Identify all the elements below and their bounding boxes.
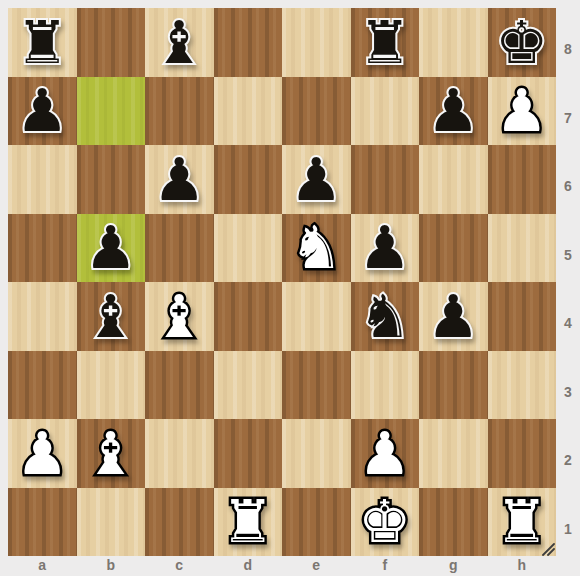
piece-glyph: ♚: [488, 8, 557, 77]
square-a4[interactable]: [8, 282, 77, 351]
piece-glyph: ♝: [145, 8, 214, 77]
white-king-f1[interactable]: ♚♚: [351, 488, 420, 557]
square-d6[interactable]: [214, 145, 283, 214]
black-pawn-g4[interactable]: ♟♟: [419, 282, 488, 351]
square-a8[interactable]: ♜♜: [8, 8, 77, 77]
chess-widget: ♜♜♝♝♜♜♚♚♟♟♟♟♟♟♟♟♟♟♟♟♞♞♟♟♝♝♝♝♞♞♟♟♟♟♝♝♟♟♜♜…: [0, 0, 580, 576]
file-labels: abcdefgh: [8, 553, 556, 576]
piece-glyph: ♟: [351, 214, 420, 283]
square-g1[interactable]: [419, 488, 488, 557]
piece-glyph: ♟: [8, 77, 77, 146]
rank-labels: 87654321: [556, 8, 580, 556]
square-d8[interactable]: [214, 8, 283, 77]
square-c7[interactable]: [145, 77, 214, 146]
square-h3[interactable]: [488, 351, 557, 420]
square-h8[interactable]: ♚♚: [488, 8, 557, 77]
square-b4[interactable]: ♝♝: [77, 282, 146, 351]
square-f3[interactable]: [351, 351, 420, 420]
square-f5[interactable]: ♟♟: [351, 214, 420, 283]
square-e2[interactable]: [282, 419, 351, 488]
square-g4[interactable]: ♟♟: [419, 282, 488, 351]
black-pawn-a7[interactable]: ♟♟: [8, 77, 77, 146]
black-pawn-g7[interactable]: ♟♟: [419, 77, 488, 146]
square-h7[interactable]: ♟♟: [488, 77, 557, 146]
square-h6[interactable]: [488, 145, 557, 214]
white-bishop-b2[interactable]: ♝♝: [77, 419, 146, 488]
rank-label-5: 5: [556, 214, 580, 283]
rank-label-3: 3: [556, 351, 580, 420]
piece-glyph: ♜: [8, 8, 77, 77]
file-label-d: d: [214, 553, 283, 576]
square-e8[interactable]: [282, 8, 351, 77]
piece-glyph: ♝: [145, 282, 214, 351]
square-g7[interactable]: ♟♟: [419, 77, 488, 146]
piece-glyph: ♜: [351, 8, 420, 77]
black-bishop-b4[interactable]: ♝♝: [77, 282, 146, 351]
piece-glyph: ♞: [351, 282, 420, 351]
piece-glyph: ♟: [282, 145, 351, 214]
square-d7[interactable]: [214, 77, 283, 146]
rank-label-1: 1: [556, 488, 580, 557]
square-c3[interactable]: [145, 351, 214, 420]
piece-glyph: ♟: [145, 145, 214, 214]
file-label-c: c: [145, 553, 214, 576]
black-bishop-c8[interactable]: ♝♝: [145, 8, 214, 77]
square-h4[interactable]: [488, 282, 557, 351]
square-g6[interactable]: [419, 145, 488, 214]
piece-glyph: ♟: [8, 419, 77, 488]
black-king-h8[interactable]: ♚♚: [488, 8, 557, 77]
square-a5[interactable]: [8, 214, 77, 283]
white-knight-e5[interactable]: ♞♞: [282, 214, 351, 283]
piece-glyph: ♜: [214, 488, 283, 557]
piece-glyph: ♚: [351, 488, 420, 557]
square-h5[interactable]: [488, 214, 557, 283]
chess-board[interactable]: ♜♜♝♝♜♜♚♚♟♟♟♟♟♟♟♟♟♟♟♟♞♞♟♟♝♝♝♝♞♞♟♟♟♟♝♝♟♟♜♜…: [8, 8, 556, 556]
white-bishop-c4[interactable]: ♝♝: [145, 282, 214, 351]
white-pawn-a2[interactable]: ♟♟: [8, 419, 77, 488]
piece-glyph: ♞: [282, 214, 351, 283]
square-f8[interactable]: ♜♜: [351, 8, 420, 77]
white-rook-d1[interactable]: ♜♜: [214, 488, 283, 557]
square-b6[interactable]: [77, 145, 146, 214]
square-c6[interactable]: ♟♟: [145, 145, 214, 214]
file-label-a: a: [8, 553, 77, 576]
square-c8[interactable]: ♝♝: [145, 8, 214, 77]
rank-label-7: 7: [556, 77, 580, 146]
square-a6[interactable]: [8, 145, 77, 214]
black-pawn-c6[interactable]: ♟♟: [145, 145, 214, 214]
square-f7[interactable]: [351, 77, 420, 146]
square-f6[interactable]: [351, 145, 420, 214]
file-label-g: g: [419, 553, 488, 576]
file-label-b: b: [77, 553, 146, 576]
square-g3[interactable]: [419, 351, 488, 420]
square-b2[interactable]: ♝♝: [77, 419, 146, 488]
square-b1[interactable]: [77, 488, 146, 557]
white-pawn-h7[interactable]: ♟♟: [488, 77, 557, 146]
file-label-f: f: [351, 553, 420, 576]
square-g2[interactable]: [419, 419, 488, 488]
black-pawn-f5[interactable]: ♟♟: [351, 214, 420, 283]
square-a2[interactable]: ♟♟: [8, 419, 77, 488]
piece-glyph: ♝: [77, 419, 146, 488]
black-knight-f4[interactable]: ♞♞: [351, 282, 420, 351]
resize-handle-icon[interactable]: [539, 540, 555, 556]
black-rook-f8[interactable]: ♜♜: [351, 8, 420, 77]
piece-glyph: ♟: [419, 282, 488, 351]
square-c5[interactable]: [145, 214, 214, 283]
square-b8[interactable]: [77, 8, 146, 77]
square-c4[interactable]: ♝♝: [145, 282, 214, 351]
black-pawn-e6[interactable]: ♟♟: [282, 145, 351, 214]
piece-glyph: ♝: [77, 282, 146, 351]
square-g8[interactable]: [419, 8, 488, 77]
piece-glyph: ♟: [351, 419, 420, 488]
square-h2[interactable]: [488, 419, 557, 488]
square-f4[interactable]: ♞♞: [351, 282, 420, 351]
square-e7[interactable]: [282, 77, 351, 146]
square-a1[interactable]: [8, 488, 77, 557]
square-e5[interactable]: ♞♞: [282, 214, 351, 283]
square-b3[interactable]: [77, 351, 146, 420]
square-d3[interactable]: [214, 351, 283, 420]
file-label-e: e: [282, 553, 351, 576]
rank-label-6: 6: [556, 145, 580, 214]
square-d5[interactable]: [214, 214, 283, 283]
square-c1[interactable]: [145, 488, 214, 557]
square-a7[interactable]: ♟♟: [8, 77, 77, 146]
square-e1[interactable]: [282, 488, 351, 557]
square-b5[interactable]: ♟♟: [77, 214, 146, 283]
square-d4[interactable]: [214, 282, 283, 351]
piece-glyph: ♟: [419, 77, 488, 146]
square-e3[interactable]: [282, 351, 351, 420]
piece-glyph: ♟: [77, 214, 146, 283]
piece-glyph: ♟: [488, 77, 557, 146]
square-e4[interactable]: [282, 282, 351, 351]
square-f1[interactable]: ♚♚: [351, 488, 420, 557]
square-d2[interactable]: [214, 419, 283, 488]
black-pawn-b5[interactable]: ♟♟: [77, 214, 146, 283]
rank-label-8: 8: [556, 8, 580, 77]
white-pawn-f2[interactable]: ♟♟: [351, 419, 420, 488]
square-b7[interactable]: [77, 77, 146, 146]
square-a3[interactable]: [8, 351, 77, 420]
rank-label-2: 2: [556, 419, 580, 488]
square-c2[interactable]: [145, 419, 214, 488]
square-g5[interactable]: [419, 214, 488, 283]
rank-label-4: 4: [556, 282, 580, 351]
black-rook-a8[interactable]: ♜♜: [8, 8, 77, 77]
square-d1[interactable]: ♜♜: [214, 488, 283, 557]
square-f2[interactable]: ♟♟: [351, 419, 420, 488]
square-e6[interactable]: ♟♟: [282, 145, 351, 214]
file-label-h: h: [488, 553, 557, 576]
